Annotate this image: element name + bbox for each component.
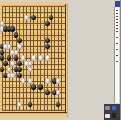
stone-black [31, 15, 36, 20]
stone-white [21, 78, 26, 83]
stone-black [17, 38, 22, 43]
stone-white [17, 44, 22, 49]
grid-line-h [2, 12, 66, 13]
side-window-sliver[interactable] [114, 7, 120, 103]
stone-white [0, 21, 4, 26]
stone-white [56, 78, 61, 83]
stone-white [28, 61, 33, 66]
list-item-dash [116, 55, 119, 56]
stone-black [17, 73, 22, 78]
stone-black [49, 15, 54, 20]
tray-icon-2[interactable] [112, 106, 116, 110]
stone-black [14, 32, 19, 37]
stone-black [17, 61, 22, 66]
list-item-dash [116, 37, 119, 38]
grid-line-h [2, 40, 66, 41]
stone-black [7, 55, 12, 60]
stone-white [21, 55, 26, 60]
list-item-dash [116, 43, 119, 44]
grid-line-h [2, 46, 66, 47]
stone-black [28, 102, 33, 107]
stone-white [14, 50, 19, 55]
stone-white [28, 78, 33, 83]
grid-line-h [2, 6, 66, 7]
list-item-dash [116, 25, 119, 26]
grid-line-h [2, 110, 66, 111]
stone-white [10, 61, 15, 66]
stone-black [38, 84, 43, 89]
list-item-dash [116, 49, 119, 50]
taskbar-tray [104, 104, 121, 120]
list-item-dash [116, 13, 119, 14]
grid-line-h [2, 69, 66, 70]
list-item-dash [116, 31, 119, 32]
stone-white [45, 78, 50, 83]
list-item-dash [116, 16, 119, 17]
stone-black [45, 38, 50, 43]
tray-icon-1[interactable] [105, 106, 110, 111]
board-bottom-edge [0, 112, 67, 113]
stone-black [17, 67, 22, 72]
grid-line-h [2, 35, 66, 36]
tray-icon-4[interactable] [112, 113, 117, 118]
stone-black [0, 50, 4, 55]
side-window-titlebar[interactable] [115, 1, 121, 7]
stone-white [10, 73, 15, 78]
list-item-dash [116, 19, 119, 20]
stone-black [45, 21, 50, 26]
stone-white [56, 90, 61, 95]
stone-black [56, 102, 61, 107]
stone-black [45, 90, 50, 95]
stone-white [17, 102, 22, 107]
stone-white [45, 55, 50, 60]
stone-white [7, 44, 12, 49]
stone-black [31, 84, 36, 89]
list-item-dash [116, 10, 119, 11]
list-item-dash [116, 22, 119, 23]
stone-white [28, 67, 33, 72]
stone-black [45, 44, 50, 49]
app-screen [0, 0, 120, 120]
stone-black [10, 26, 15, 31]
stone-black [0, 55, 4, 60]
stone-white [24, 15, 29, 20]
grid-line-h [2, 98, 66, 99]
stone-black [3, 61, 8, 66]
stone-white [38, 55, 43, 60]
stone-black [0, 67, 4, 72]
stone-white [31, 55, 36, 60]
right-panel [68, 0, 120, 120]
list-item-dash [116, 61, 119, 62]
tray-icon-3[interactable] [105, 114, 110, 119]
stone-white [7, 67, 12, 72]
list-item-dash [116, 28, 119, 29]
go-board[interactable] [0, 2, 67, 117]
stone-black [14, 55, 19, 60]
